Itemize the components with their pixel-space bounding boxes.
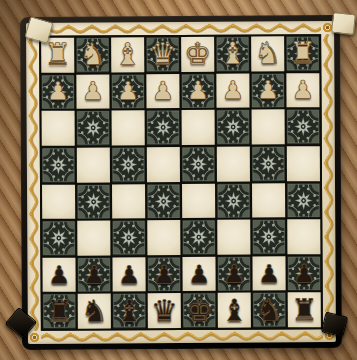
square-r0c2[interactable]: ♝: [111, 37, 144, 72]
damask-ornament: [182, 147, 215, 182]
square-r1c4[interactable]: ♟: [181, 73, 214, 108]
square-r6c4[interactable]: ♟: [182, 257, 215, 292]
piece-bP[interactable]: ♟: [48, 262, 71, 287]
square-r7c7[interactable]: ♜: [288, 293, 321, 328]
piece-wP[interactable]: ♟: [117, 79, 140, 104]
piece-bB[interactable]: ♝: [116, 296, 143, 326]
corner-scroll-icon: [28, 331, 41, 344]
square-r5c2[interactable]: [112, 220, 145, 255]
square-r7c0[interactable]: ♜: [43, 294, 76, 329]
piece-wQ[interactable]: ♛: [149, 39, 176, 69]
square-r5c0[interactable]: [42, 221, 75, 256]
square-r3c1[interactable]: [77, 147, 110, 182]
piece-bP[interactable]: ♟: [153, 262, 176, 287]
square-r0c5[interactable]: ♝: [216, 37, 249, 72]
piece-bP[interactable]: ♟: [258, 261, 281, 286]
piece-wP[interactable]: ♟: [187, 78, 210, 103]
square-r0c1[interactable]: ♞: [76, 37, 109, 72]
square-r6c7[interactable]: ♟: [287, 256, 320, 291]
piece-bB[interactable]: ♝: [221, 295, 248, 325]
piece-wP[interactable]: ♟: [292, 78, 315, 103]
piece-wN[interactable]: ♞: [79, 40, 106, 70]
square-r6c1[interactable]: ♟: [77, 257, 110, 292]
border-scroll-bottom: [41, 329, 323, 344]
piece-bP[interactable]: ♟: [83, 262, 106, 287]
square-r7c1[interactable]: ♞: [78, 294, 111, 329]
piece-bP[interactable]: ♟: [188, 261, 211, 286]
square-r5c3[interactable]: [147, 220, 180, 255]
damask-ornament: [252, 219, 285, 254]
damask-ornament: [217, 183, 250, 218]
square-r5c1[interactable]: [77, 221, 110, 256]
square-r3c5[interactable]: [217, 146, 250, 181]
piece-wR[interactable]: ♜: [289, 38, 316, 68]
square-r4c4[interactable]: [182, 183, 215, 218]
damask-ornament: [42, 221, 75, 256]
square-r3c2[interactable]: [112, 147, 145, 182]
square-r7c5[interactable]: ♝: [218, 293, 251, 328]
square-r6c2[interactable]: ♟: [112, 257, 145, 292]
piece-bP[interactable]: ♟: [118, 262, 141, 287]
piece-wK[interactable]: ♚: [184, 39, 211, 69]
piece-wN[interactable]: ♞: [254, 39, 281, 69]
square-r2c7[interactable]: [287, 109, 320, 144]
piece-bR[interactable]: ♜: [46, 296, 73, 326]
square-r4c3[interactable]: [147, 184, 180, 219]
square-r3c6[interactable]: [252, 146, 285, 181]
piece-wP[interactable]: ♟: [152, 78, 175, 103]
damask-ornament: [147, 110, 180, 145]
square-r6c5[interactable]: ♟: [217, 256, 250, 291]
square-r5c7[interactable]: [287, 219, 320, 254]
square-r4c2[interactable]: [112, 184, 145, 219]
piece-wP[interactable]: ♟: [82, 79, 105, 104]
square-r2c2[interactable]: [112, 110, 145, 145]
square-r1c7[interactable]: ♟: [286, 73, 319, 108]
square-r5c6[interactable]: [252, 219, 285, 254]
piece-bK[interactable]: ♚: [186, 295, 213, 325]
piece-wB[interactable]: ♝: [219, 39, 246, 69]
square-r3c4[interactable]: [182, 147, 215, 182]
square-r4c6[interactable]: [252, 183, 285, 218]
damask-ornament: [182, 220, 215, 255]
damask-ornament: [112, 220, 145, 255]
square-r2c6[interactable]: [252, 110, 285, 145]
piece-bR[interactable]: ♜: [291, 295, 318, 325]
piece-wB[interactable]: ♝: [114, 40, 141, 70]
square-r1c1[interactable]: ♟: [76, 74, 109, 109]
piece-wP[interactable]: ♟: [222, 78, 245, 103]
damask-ornament: [42, 148, 75, 183]
square-r5c5[interactable]: [217, 220, 250, 255]
square-r0c7[interactable]: ♜: [286, 36, 319, 71]
damask-ornament: [252, 146, 285, 181]
piece-bN[interactable]: ♞: [81, 296, 108, 326]
piece-bN[interactable]: ♞: [256, 295, 283, 325]
damask-ornament: [77, 111, 110, 146]
square-r7c2[interactable]: ♝: [113, 294, 146, 329]
square-r6c0[interactable]: ♟: [42, 257, 75, 292]
square-r2c5[interactable]: [217, 110, 250, 145]
square-r4c5[interactable]: [217, 183, 250, 218]
piece-bP[interactable]: ♟: [293, 261, 316, 286]
square-r6c6[interactable]: ♟: [252, 256, 285, 291]
damask-ornament: [112, 147, 145, 182]
square-r3c3[interactable]: [147, 147, 180, 182]
square-r1c5[interactable]: ♟: [216, 73, 249, 108]
square-r2c3[interactable]: [147, 110, 180, 145]
square-r6c3[interactable]: ♟: [147, 257, 180, 292]
square-r1c2[interactable]: ♟: [111, 74, 144, 109]
square-r5c4[interactable]: [182, 220, 215, 255]
damask-ornament: [287, 183, 320, 218]
square-r0c3[interactable]: ♛: [146, 37, 179, 72]
chess-board: ♜ ♞♝ ♛♚ ♝♞: [39, 34, 323, 331]
square-r1c0[interactable]: ♟: [41, 74, 74, 109]
square-r1c3[interactable]: ♟: [146, 74, 179, 109]
square-r7c3[interactable]: ♛: [148, 293, 181, 328]
square-r0c6[interactable]: ♞: [251, 36, 284, 71]
chess-board-frame: ♜ ♞♝ ♛♚ ♝♞: [20, 15, 342, 350]
square-r0c4[interactable]: ♚: [181, 37, 214, 72]
square-r1c6[interactable]: ♟: [251, 73, 284, 108]
scene: ♜ ♞♝ ♛♚ ♝♞: [0, 0, 357, 360]
damask-ornament: [77, 184, 110, 219]
square-r7c6[interactable]: ♞: [253, 293, 286, 328]
square-r3c7[interactable]: [287, 146, 320, 181]
damask-ornament: [147, 184, 180, 219]
piece-bQ[interactable]: ♛: [151, 296, 178, 326]
square-r4c7[interactable]: [287, 183, 320, 218]
gold-vine-scroll: [321, 34, 336, 329]
square-r2c0[interactable]: [42, 111, 75, 146]
square-r7c4[interactable]: ♚: [183, 293, 216, 328]
square-r4c0[interactable]: [42, 184, 75, 219]
square-r2c4[interactable]: [182, 110, 215, 145]
white-rook-cap-top-right: [331, 12, 356, 35]
piece-wR[interactable]: ♜: [44, 40, 71, 70]
ornate-border: ♜ ♞♝ ♛♚ ♝♞: [26, 21, 336, 344]
border-scroll-right: [321, 34, 336, 329]
piece-bP[interactable]: ♟: [223, 261, 246, 286]
piece-wP[interactable]: ♟: [257, 78, 280, 103]
piece-wP[interactable]: ♟: [47, 79, 70, 104]
square-r4c1[interactable]: [77, 184, 110, 219]
damask-ornament: [287, 109, 320, 144]
gold-vine-scroll: [41, 329, 323, 344]
damask-ornament: [217, 110, 250, 145]
square-r2c1[interactable]: [77, 111, 110, 146]
square-r3c0[interactable]: [42, 148, 75, 183]
